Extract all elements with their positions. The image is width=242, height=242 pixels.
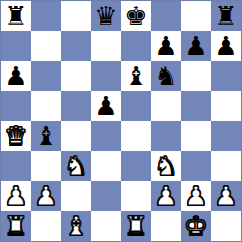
white-knight-piece: ♞ xyxy=(64,151,87,181)
black-king-piece: ♚ xyxy=(124,1,147,31)
black-pawn-piece: ♟ xyxy=(154,31,177,61)
square-f8[interactable] xyxy=(151,1,181,31)
white-pawn-piece: ♟ xyxy=(154,181,177,211)
square-c5[interactable] xyxy=(61,91,91,121)
square-f4[interactable] xyxy=(151,121,181,151)
square-h3[interactable] xyxy=(211,151,241,181)
square-a8[interactable]: ♜ xyxy=(1,1,31,31)
square-g3[interactable] xyxy=(181,151,211,181)
square-d6[interactable] xyxy=(91,61,121,91)
square-f7[interactable]: ♟ xyxy=(151,31,181,61)
square-a7[interactable] xyxy=(1,31,31,61)
square-h2[interactable]: ♟ xyxy=(211,181,241,211)
square-h7[interactable]: ♟ xyxy=(211,31,241,61)
square-h8[interactable]: ♜ xyxy=(211,1,241,31)
white-pawn-piece: ♟ xyxy=(214,181,237,211)
square-h4[interactable] xyxy=(211,121,241,151)
white-bishop-piece: ♝ xyxy=(64,211,87,241)
square-e3[interactable] xyxy=(121,151,151,181)
white-queen-piece: ♛ xyxy=(4,121,27,151)
black-rook-piece: ♜ xyxy=(4,1,27,31)
square-d8[interactable]: ♛ xyxy=(91,1,121,31)
black-bishop-piece: ♝ xyxy=(124,61,147,91)
square-a3[interactable] xyxy=(1,151,31,181)
square-h5[interactable] xyxy=(211,91,241,121)
black-pawn-piece: ♟ xyxy=(94,91,117,121)
black-bishop-piece: ♝ xyxy=(34,121,57,151)
square-f2[interactable]: ♟ xyxy=(151,181,181,211)
square-b1[interactable] xyxy=(31,211,61,241)
square-f3[interactable]: ♞ xyxy=(151,151,181,181)
square-b4[interactable]: ♝ xyxy=(31,121,61,151)
square-e4[interactable] xyxy=(121,121,151,151)
square-g7[interactable]: ♟ xyxy=(181,31,211,61)
square-e2[interactable] xyxy=(121,181,151,211)
square-g1[interactable]: ♚ xyxy=(181,211,211,241)
square-d3[interactable] xyxy=(91,151,121,181)
square-d4[interactable] xyxy=(91,121,121,151)
black-queen-piece: ♛ xyxy=(94,1,117,31)
chess-board: ♜♛♚♜♟♟♟♟♝♞♟♛♝♞♞♟♟♟♟♟♜♝♜♚ xyxy=(0,0,242,242)
square-e5[interactable] xyxy=(121,91,151,121)
square-c8[interactable] xyxy=(61,1,91,31)
white-king-piece: ♚ xyxy=(184,211,207,241)
square-d1[interactable] xyxy=(91,211,121,241)
square-b5[interactable] xyxy=(31,91,61,121)
square-c6[interactable] xyxy=(61,61,91,91)
square-b3[interactable] xyxy=(31,151,61,181)
white-pawn-piece: ♟ xyxy=(34,181,57,211)
white-knight-piece: ♞ xyxy=(154,151,177,181)
square-c7[interactable] xyxy=(61,31,91,61)
black-knight-piece: ♞ xyxy=(154,61,177,91)
square-f6[interactable]: ♞ xyxy=(151,61,181,91)
white-pawn-piece: ♟ xyxy=(4,181,27,211)
square-c3[interactable]: ♞ xyxy=(61,151,91,181)
square-h6[interactable] xyxy=(211,61,241,91)
square-g4[interactable] xyxy=(181,121,211,151)
square-g5[interactable] xyxy=(181,91,211,121)
square-e6[interactable]: ♝ xyxy=(121,61,151,91)
white-rook-piece: ♜ xyxy=(4,211,27,241)
square-g6[interactable] xyxy=(181,61,211,91)
square-d5[interactable]: ♟ xyxy=(91,91,121,121)
square-d2[interactable] xyxy=(91,181,121,211)
square-g2[interactable]: ♟ xyxy=(181,181,211,211)
square-b7[interactable] xyxy=(31,31,61,61)
square-c1[interactable]: ♝ xyxy=(61,211,91,241)
square-g8[interactable] xyxy=(181,1,211,31)
square-a4[interactable]: ♛ xyxy=(1,121,31,151)
square-a6[interactable]: ♟ xyxy=(1,61,31,91)
black-pawn-piece: ♟ xyxy=(4,61,27,91)
square-b6[interactable] xyxy=(31,61,61,91)
square-a2[interactable]: ♟ xyxy=(1,181,31,211)
square-e1[interactable]: ♜ xyxy=(121,211,151,241)
square-e8[interactable]: ♚ xyxy=(121,1,151,31)
square-h1[interactable] xyxy=(211,211,241,241)
square-c4[interactable] xyxy=(61,121,91,151)
square-d7[interactable] xyxy=(91,31,121,61)
white-pawn-piece: ♟ xyxy=(184,181,207,211)
black-pawn-piece: ♟ xyxy=(184,31,207,61)
square-e7[interactable] xyxy=(121,31,151,61)
square-c2[interactable] xyxy=(61,181,91,211)
square-f5[interactable] xyxy=(151,91,181,121)
black-pawn-piece: ♟ xyxy=(214,31,237,61)
square-a1[interactable]: ♜ xyxy=(1,211,31,241)
square-b8[interactable] xyxy=(31,1,61,31)
white-rook-piece: ♜ xyxy=(124,211,147,241)
square-f1[interactable] xyxy=(151,211,181,241)
square-b2[interactable]: ♟ xyxy=(31,181,61,211)
square-a5[interactable] xyxy=(1,91,31,121)
black-rook-piece: ♜ xyxy=(214,1,237,31)
